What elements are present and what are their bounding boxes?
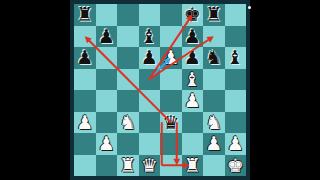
board-squares: ♜♚♜♟♝♟♟♟♟♟♞♝♝♟♟♞♛♞♟♟♟♜♛♜♚ bbox=[74, 4, 246, 176]
square-d4[interactable] bbox=[139, 90, 161, 112]
piece-white-king[interactable]: ♚ bbox=[227, 156, 244, 175]
square-a7[interactable] bbox=[74, 26, 96, 48]
square-b8[interactable] bbox=[96, 4, 118, 26]
square-b4[interactable] bbox=[96, 90, 118, 112]
white-corner-dot bbox=[248, 6, 251, 9]
square-c5[interactable] bbox=[117, 69, 139, 91]
square-f1[interactable]: ♜ bbox=[182, 155, 204, 177]
square-e5[interactable] bbox=[160, 69, 182, 91]
piece-white-pawn[interactable]: ♟ bbox=[162, 48, 179, 67]
square-c2[interactable] bbox=[117, 133, 139, 155]
square-a5[interactable] bbox=[74, 69, 96, 91]
piece-white-knight[interactable]: ♞ bbox=[119, 113, 136, 132]
square-e1[interactable] bbox=[160, 155, 182, 177]
piece-white-pawn[interactable]: ♟ bbox=[184, 91, 201, 110]
square-h4[interactable] bbox=[225, 90, 247, 112]
video-frame: ♜♚♜♟♝♟♟♟♟♟♞♝♝♟♟♞♛♞♟♟♟♜♛♜♚ bbox=[0, 0, 320, 180]
square-f7[interactable]: ♟ bbox=[182, 26, 204, 48]
square-b5[interactable] bbox=[96, 69, 118, 91]
square-d6[interactable]: ♟ bbox=[139, 47, 161, 69]
square-g7[interactable] bbox=[203, 26, 225, 48]
piece-black-pawn[interactable]: ♟ bbox=[184, 48, 201, 67]
piece-black-pawn[interactable]: ♟ bbox=[184, 27, 201, 46]
square-b6[interactable] bbox=[96, 47, 118, 69]
piece-white-pawn[interactable]: ♟ bbox=[227, 134, 244, 153]
square-e8[interactable] bbox=[160, 4, 182, 26]
square-c4[interactable] bbox=[117, 90, 139, 112]
square-h5[interactable] bbox=[225, 69, 247, 91]
square-d5[interactable] bbox=[139, 69, 161, 91]
piece-black-pawn[interactable]: ♟ bbox=[76, 48, 93, 67]
piece-black-bishop[interactable]: ♝ bbox=[141, 27, 158, 46]
square-f3[interactable] bbox=[182, 112, 204, 134]
square-c8[interactable] bbox=[117, 4, 139, 26]
piece-black-rook[interactable]: ♜ bbox=[205, 5, 222, 24]
square-c7[interactable] bbox=[117, 26, 139, 48]
square-g3[interactable]: ♞ bbox=[203, 112, 225, 134]
square-g4[interactable] bbox=[203, 90, 225, 112]
square-c6[interactable] bbox=[117, 47, 139, 69]
square-c3[interactable]: ♞ bbox=[117, 112, 139, 134]
square-a1[interactable] bbox=[74, 155, 96, 177]
square-f2[interactable] bbox=[182, 133, 204, 155]
square-f6[interactable]: ♟ bbox=[182, 47, 204, 69]
piece-white-queen[interactable]: ♛ bbox=[141, 156, 158, 175]
square-f5[interactable]: ♝ bbox=[182, 69, 204, 91]
square-e6[interactable]: ♟ bbox=[160, 47, 182, 69]
piece-black-king[interactable]: ♚ bbox=[184, 5, 201, 24]
square-h7[interactable] bbox=[225, 26, 247, 48]
square-g1[interactable] bbox=[203, 155, 225, 177]
piece-white-pawn[interactable]: ♟ bbox=[98, 134, 115, 153]
chess-board: ♜♚♜♟♝♟♟♟♟♟♞♝♝♟♟♞♛♞♟♟♟♜♛♜♚ bbox=[70, 0, 250, 180]
square-g8[interactable]: ♜ bbox=[203, 4, 225, 26]
square-a6[interactable]: ♟ bbox=[74, 47, 96, 69]
square-c1[interactable]: ♜ bbox=[117, 155, 139, 177]
square-a4[interactable] bbox=[74, 90, 96, 112]
square-h2[interactable]: ♟ bbox=[225, 133, 247, 155]
square-h1[interactable]: ♚ bbox=[225, 155, 247, 177]
square-d1[interactable]: ♛ bbox=[139, 155, 161, 177]
square-d8[interactable] bbox=[139, 4, 161, 26]
square-a8[interactable]: ♜ bbox=[74, 4, 96, 26]
piece-white-rook[interactable]: ♜ bbox=[184, 156, 201, 175]
piece-white-pawn[interactable]: ♟ bbox=[205, 134, 222, 153]
square-e2[interactable] bbox=[160, 133, 182, 155]
square-d7[interactable]: ♝ bbox=[139, 26, 161, 48]
piece-black-queen[interactable]: ♛ bbox=[162, 113, 179, 132]
piece-black-pawn[interactable]: ♟ bbox=[98, 27, 115, 46]
square-b1[interactable] bbox=[96, 155, 118, 177]
piece-black-rook[interactable]: ♜ bbox=[76, 5, 93, 24]
square-b7[interactable]: ♟ bbox=[96, 26, 118, 48]
square-h8[interactable] bbox=[225, 4, 247, 26]
square-b2[interactable]: ♟ bbox=[96, 133, 118, 155]
square-e3[interactable]: ♛ bbox=[160, 112, 182, 134]
square-b3[interactable] bbox=[96, 112, 118, 134]
piece-black-knight[interactable]: ♞ bbox=[205, 48, 222, 67]
square-f8[interactable]: ♚ bbox=[182, 4, 204, 26]
square-a2[interactable] bbox=[74, 133, 96, 155]
piece-white-rook[interactable]: ♜ bbox=[119, 156, 136, 175]
square-g5[interactable] bbox=[203, 69, 225, 91]
square-h6[interactable]: ♝ bbox=[225, 47, 247, 69]
square-d3[interactable] bbox=[139, 112, 161, 134]
square-e7[interactable] bbox=[160, 26, 182, 48]
piece-white-bishop[interactable]: ♝ bbox=[184, 70, 201, 89]
piece-white-pawn[interactable]: ♟ bbox=[76, 113, 93, 132]
square-d2[interactable] bbox=[139, 133, 161, 155]
square-f4[interactable]: ♟ bbox=[182, 90, 204, 112]
piece-black-pawn[interactable]: ♟ bbox=[141, 48, 158, 67]
square-h3[interactable] bbox=[225, 112, 247, 134]
piece-black-bishop[interactable]: ♝ bbox=[227, 48, 244, 67]
square-a3[interactable]: ♟ bbox=[74, 112, 96, 134]
square-g2[interactable]: ♟ bbox=[203, 133, 225, 155]
square-g6[interactable]: ♞ bbox=[203, 47, 225, 69]
square-e4[interactable] bbox=[160, 90, 182, 112]
piece-white-knight[interactable]: ♞ bbox=[205, 113, 222, 132]
